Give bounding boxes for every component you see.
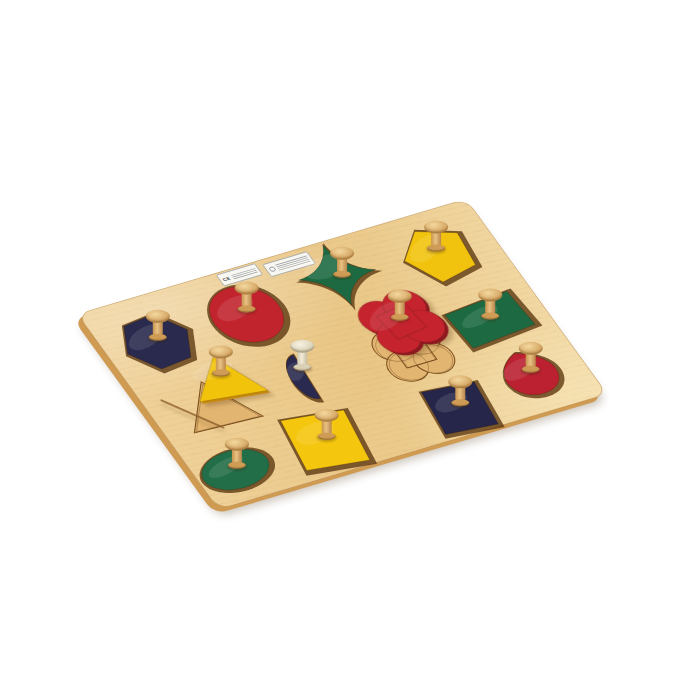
peg-base [522,366,540,373]
peg-body [225,438,249,469]
peg-base [238,306,256,313]
peg-cap [225,438,249,451]
piece-oval[interactable] [190,440,283,499]
piece-semicircle[interactable] [272,351,334,405]
peg-body [235,282,259,313]
peg-base [451,399,469,406]
piece-circle[interactable] [195,278,301,352]
logo-mark-icon [268,266,277,272]
peg-cap [209,345,233,358]
peg-base [427,244,445,251]
piece-square-yellow[interactable] [277,407,376,474]
peg-cap [424,220,448,233]
peg-body [519,342,543,373]
peg-base [481,312,499,319]
piece-square-navy[interactable] [418,379,504,437]
peg-body [424,220,448,251]
peg-base [318,433,336,440]
peg-body [478,288,502,319]
peg-base [212,369,230,376]
peg-base [228,462,246,469]
peg-cap [330,247,354,260]
peg-base [149,334,167,341]
peg-body [448,375,472,406]
peg-body [388,290,412,321]
peg-base [293,364,311,371]
peg-cap [519,342,543,355]
peg-body [209,345,233,376]
peg-cap [448,375,472,388]
peg-base [333,271,351,278]
piece-rounded-triangle[interactable] [483,341,580,406]
peg-cap [315,409,339,422]
puzzle-board: CE [77,199,608,510]
peg-cap [235,282,259,295]
ce-mark-icon: CE [221,276,231,282]
peg-body [290,340,314,371]
peg-body [330,247,354,278]
peg-cap [478,288,502,301]
product-photo-stage: CE [0,0,700,700]
peg-body [315,409,339,440]
peg-cap [388,290,412,303]
peg-base [391,314,409,321]
peg-cap [146,310,170,323]
peg-body [146,310,170,341]
piece-pentagon[interactable] [387,215,491,290]
label-fine-print [231,268,258,279]
peg-cap [290,340,314,353]
